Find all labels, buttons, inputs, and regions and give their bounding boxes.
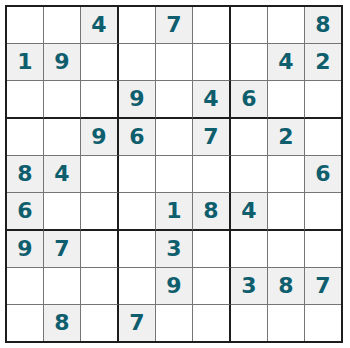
sudoku-cell-r7c8[interactable] <box>268 231 305 268</box>
sudoku-cell-r5c1[interactable]: 8 <box>7 156 44 193</box>
sudoku-cell-r9c9[interactable] <box>305 305 341 341</box>
sudoku-cell-r9c7[interactable] <box>231 305 268 341</box>
sudoku-cell-r2c7[interactable] <box>231 44 268 81</box>
sudoku-cell-r9c5[interactable] <box>156 305 193 341</box>
sudoku-cell-r5c5[interactable] <box>156 156 193 193</box>
sudoku-cell-r3c8[interactable] <box>268 81 305 119</box>
sudoku-cell-r7c1[interactable]: 9 <box>7 231 44 268</box>
sudoku-cell-r7c4[interactable] <box>119 231 156 268</box>
sudoku-cell-r9c3[interactable] <box>81 305 119 341</box>
sudoku-cell-r6c1[interactable]: 6 <box>7 193 44 231</box>
sudoku-cell-r4c2[interactable] <box>44 119 81 156</box>
sudoku-cell-r3c9[interactable] <box>305 81 341 119</box>
sudoku-cell-r5c2[interactable]: 4 <box>44 156 81 193</box>
sudoku-cell-r2c5[interactable] <box>156 44 193 81</box>
sudoku-cell-r3c6[interactable]: 4 <box>193 81 231 119</box>
sudoku-cell-r6c5[interactable]: 1 <box>156 193 193 231</box>
sudoku-cell-r8c7[interactable]: 3 <box>231 268 268 305</box>
sudoku-cell-r1c9[interactable]: 8 <box>305 7 341 44</box>
sudoku-cell-r6c8[interactable] <box>268 193 305 231</box>
sudoku-cell-r7c7[interactable] <box>231 231 268 268</box>
sudoku-cell-r6c7[interactable]: 4 <box>231 193 268 231</box>
sudoku-cell-r2c4[interactable] <box>119 44 156 81</box>
sudoku-cell-r4c8[interactable]: 2 <box>268 119 305 156</box>
sudoku-cell-r1c6[interactable] <box>193 7 231 44</box>
sudoku-cell-r3c1[interactable] <box>7 81 44 119</box>
sudoku-cell-r2c1[interactable]: 1 <box>7 44 44 81</box>
sudoku-cell-r8c6[interactable] <box>193 268 231 305</box>
sudoku-cell-r4c5[interactable] <box>156 119 193 156</box>
sudoku-cell-r2c3[interactable] <box>81 44 119 81</box>
sudoku-cell-r4c9[interactable] <box>305 119 341 156</box>
sudoku-cell-r4c4[interactable]: 6 <box>119 119 156 156</box>
sudoku-cell-r8c1[interactable] <box>7 268 44 305</box>
sudoku-cell-r8c9[interactable]: 7 <box>305 268 341 305</box>
sudoku-cell-r4c6[interactable]: 7 <box>193 119 231 156</box>
sudoku-cell-r7c2[interactable]: 7 <box>44 231 81 268</box>
sudoku-cell-r7c9[interactable] <box>305 231 341 268</box>
sudoku-page: 478194294696728466184973938787 <box>0 0 350 348</box>
sudoku-cell-r2c9[interactable]: 2 <box>305 44 341 81</box>
sudoku-cell-r2c8[interactable]: 4 <box>268 44 305 81</box>
sudoku-cell-r6c2[interactable] <box>44 193 81 231</box>
sudoku-cell-r4c1[interactable] <box>7 119 44 156</box>
sudoku-cell-r4c3[interactable]: 9 <box>81 119 119 156</box>
sudoku-cell-r8c4[interactable] <box>119 268 156 305</box>
sudoku-cell-r3c5[interactable] <box>156 81 193 119</box>
sudoku-cell-r5c3[interactable] <box>81 156 119 193</box>
sudoku-cell-r3c2[interactable] <box>44 81 81 119</box>
sudoku-cell-r1c1[interactable] <box>7 7 44 44</box>
sudoku-cell-r6c6[interactable]: 8 <box>193 193 231 231</box>
sudoku-cell-r5c7[interactable] <box>231 156 268 193</box>
sudoku-cell-r7c6[interactable] <box>193 231 231 268</box>
sudoku-cell-r9c4[interactable]: 7 <box>119 305 156 341</box>
sudoku-cell-r7c3[interactable] <box>81 231 119 268</box>
sudoku-cell-r2c6[interactable] <box>193 44 231 81</box>
sudoku-cell-r4c7[interactable] <box>231 119 268 156</box>
sudoku-cell-r5c4[interactable] <box>119 156 156 193</box>
sudoku-cell-r8c3[interactable] <box>81 268 119 305</box>
sudoku-cell-r8c2[interactable] <box>44 268 81 305</box>
sudoku-cell-r7c5[interactable]: 3 <box>156 231 193 268</box>
sudoku-cell-r9c8[interactable] <box>268 305 305 341</box>
sudoku-cell-r6c3[interactable] <box>81 193 119 231</box>
sudoku-cell-r1c7[interactable] <box>231 7 268 44</box>
sudoku-cell-r9c2[interactable]: 8 <box>44 305 81 341</box>
sudoku-cell-r5c9[interactable]: 6 <box>305 156 341 193</box>
sudoku-cell-r5c8[interactable] <box>268 156 305 193</box>
sudoku-cell-r1c2[interactable] <box>44 7 81 44</box>
sudoku-cell-r9c1[interactable] <box>7 305 44 341</box>
sudoku-cell-r5c6[interactable] <box>193 156 231 193</box>
sudoku-cell-r2c2[interactable]: 9 <box>44 44 81 81</box>
sudoku-cell-r3c4[interactable]: 9 <box>119 81 156 119</box>
sudoku-cell-r3c7[interactable]: 6 <box>231 81 268 119</box>
sudoku-cell-r6c4[interactable] <box>119 193 156 231</box>
sudoku-cell-r1c8[interactable] <box>268 7 305 44</box>
sudoku-board: 478194294696728466184973938787 <box>5 5 343 343</box>
sudoku-cell-r1c5[interactable]: 7 <box>156 7 193 44</box>
sudoku-cell-r8c8[interactable]: 8 <box>268 268 305 305</box>
sudoku-cell-r6c9[interactable] <box>305 193 341 231</box>
sudoku-cell-r8c5[interactable]: 9 <box>156 268 193 305</box>
sudoku-cell-r3c3[interactable] <box>81 81 119 119</box>
sudoku-cell-r1c3[interactable]: 4 <box>81 7 119 44</box>
sudoku-cell-r1c4[interactable] <box>119 7 156 44</box>
sudoku-cell-r9c6[interactable] <box>193 305 231 341</box>
